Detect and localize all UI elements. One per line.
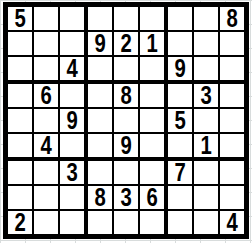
box-3: 89 <box>168 7 244 80</box>
cell-r8c6[interactable]: 6 <box>140 186 164 209</box>
cell-r2c3[interactable] <box>60 32 84 55</box>
digit: 1 <box>146 32 157 55</box>
cell-r2c8[interactable] <box>194 32 218 55</box>
cell-r3c3[interactable]: 4 <box>60 57 84 80</box>
digit: 3 <box>66 161 77 184</box>
cell-r3c9[interactable] <box>220 57 244 80</box>
cell-r7c5[interactable] <box>114 161 138 184</box>
cell-r6c9[interactable] <box>220 134 244 157</box>
cell-r2c2[interactable] <box>34 32 58 55</box>
cell-r3c7[interactable]: 9 <box>168 57 192 80</box>
cell-r5c8[interactable] <box>194 109 218 132</box>
cell-r5c4[interactable] <box>88 109 112 132</box>
cell-r8c3[interactable] <box>60 186 84 209</box>
cell-r6c8[interactable]: 1 <box>194 134 218 157</box>
cell-r3c5[interactable] <box>114 57 138 80</box>
digit: 9 <box>174 57 185 80</box>
cell-r1c4[interactable] <box>88 7 112 30</box>
cell-r9c2[interactable] <box>34 211 58 234</box>
cell-r6c7[interactable] <box>168 134 192 157</box>
cell-r9c3[interactable] <box>60 211 84 234</box>
cell-r4c7[interactable] <box>168 84 192 107</box>
cell-r3c4[interactable] <box>88 57 112 80</box>
cell-r1c7[interactable] <box>168 7 192 30</box>
digit: 8 <box>94 186 105 209</box>
cell-r3c2[interactable] <box>34 57 58 80</box>
cell-r8c8[interactable] <box>194 186 218 209</box>
cell-r9c1[interactable]: 2 <box>8 211 32 234</box>
cell-r2c1[interactable] <box>8 32 32 55</box>
box-9: 74 <box>168 161 244 234</box>
digit: 9 <box>120 134 131 157</box>
cell-r4c3[interactable] <box>60 84 84 107</box>
digit: 4 <box>226 211 237 234</box>
cell-r5c2[interactable] <box>34 109 58 132</box>
cell-r2c7[interactable] <box>168 32 192 55</box>
digit: 2 <box>120 32 131 55</box>
cell-r7c9[interactable] <box>220 161 244 184</box>
cell-r2c4[interactable]: 9 <box>88 32 112 55</box>
cell-r3c6[interactable] <box>140 57 164 80</box>
cell-r5c1[interactable] <box>8 109 32 132</box>
digit: 8 <box>226 7 237 30</box>
digit: 3 <box>120 186 131 209</box>
cell-r8c4[interactable]: 8 <box>88 186 112 209</box>
cell-r9c4[interactable] <box>88 211 112 234</box>
cell-r5c6[interactable] <box>140 109 164 132</box>
cell-r1c3[interactable] <box>60 7 84 30</box>
spreadsheet-background: 5492189694893513283674 <box>0 0 252 243</box>
digit: 6 <box>146 186 157 209</box>
digit: 3 <box>200 84 211 107</box>
digit: 4 <box>66 57 77 80</box>
cell-r6c6[interactable] <box>140 134 164 157</box>
cell-r9c6[interactable] <box>140 211 164 234</box>
cell-r3c1[interactable] <box>8 57 32 80</box>
cell-r8c9[interactable] <box>220 186 244 209</box>
cell-r9c8[interactable] <box>194 211 218 234</box>
cell-r1c6[interactable] <box>140 7 164 30</box>
cell-r1c8[interactable] <box>194 7 218 30</box>
cell-r4c9[interactable] <box>220 84 244 107</box>
cell-r5c9[interactable] <box>220 109 244 132</box>
cell-r5c7[interactable]: 5 <box>168 109 192 132</box>
sudoku-board: 5492189694893513283674 <box>3 2 249 239</box>
cell-r8c2[interactable] <box>34 186 58 209</box>
digit: 9 <box>94 32 105 55</box>
cell-r6c3[interactable] <box>60 134 84 157</box>
cell-r4c4[interactable] <box>88 84 112 107</box>
box-8: 836 <box>88 161 164 234</box>
cell-r5c5[interactable] <box>114 109 138 132</box>
digit: 5 <box>14 7 25 30</box>
cell-r8c5[interactable]: 3 <box>114 186 138 209</box>
cell-r3c8[interactable] <box>194 57 218 80</box>
cell-r7c3[interactable]: 3 <box>60 161 84 184</box>
digit: 6 <box>40 84 51 107</box>
box-4: 694 <box>8 84 84 157</box>
cell-r4c5[interactable]: 8 <box>114 84 138 107</box>
cell-r6c4[interactable] <box>88 134 112 157</box>
digit: 4 <box>40 134 51 157</box>
cell-r1c5[interactable] <box>114 7 138 30</box>
cell-r7c8[interactable] <box>194 161 218 184</box>
box-7: 32 <box>8 161 84 234</box>
cell-r9c5[interactable] <box>114 211 138 234</box>
digit: 1 <box>200 134 211 157</box>
cell-r9c7[interactable] <box>168 211 192 234</box>
cell-r4c1[interactable] <box>8 84 32 107</box>
cell-r2c9[interactable] <box>220 32 244 55</box>
cell-r7c6[interactable] <box>140 161 164 184</box>
cell-r7c1[interactable] <box>8 161 32 184</box>
cell-r4c2[interactable]: 6 <box>34 84 58 107</box>
digit: 5 <box>174 109 185 132</box>
digit: 2 <box>14 211 25 234</box>
cell-r9c9[interactable]: 4 <box>220 211 244 234</box>
cell-r4c8[interactable]: 3 <box>194 84 218 107</box>
cell-r7c2[interactable] <box>34 161 58 184</box>
cell-r1c1[interactable]: 5 <box>8 7 32 30</box>
cell-r7c4[interactable] <box>88 161 112 184</box>
cell-r2c6[interactable]: 1 <box>140 32 164 55</box>
cell-r1c9[interactable]: 8 <box>220 7 244 30</box>
cell-r1c2[interactable] <box>34 7 58 30</box>
digit: 7 <box>174 161 185 184</box>
digit: 9 <box>66 109 77 132</box>
cell-r6c2[interactable]: 4 <box>34 134 58 157</box>
box-6: 351 <box>168 84 244 157</box>
cell-r7c7[interactable]: 7 <box>168 161 192 184</box>
cell-r8c1[interactable] <box>8 186 32 209</box>
box-5: 89 <box>88 84 164 157</box>
cell-r6c1[interactable] <box>8 134 32 157</box>
cell-r8c7[interactable] <box>168 186 192 209</box>
box-2: 921 <box>88 7 164 80</box>
cell-r6c5[interactable]: 9 <box>114 134 138 157</box>
box-1: 54 <box>8 7 84 80</box>
digit: 8 <box>120 84 131 107</box>
cell-r2c5[interactable]: 2 <box>114 32 138 55</box>
cell-r4c6[interactable] <box>140 84 164 107</box>
cell-r5c3[interactable]: 9 <box>60 109 84 132</box>
